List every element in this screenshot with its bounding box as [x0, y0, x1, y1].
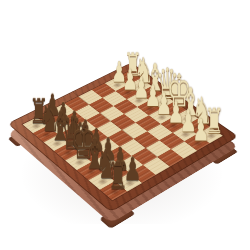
- white-pawn[interactable]: ♟: [192, 115, 209, 146]
- black-rook[interactable]: ♜: [108, 157, 129, 194]
- square-h5[interactable]: [144, 157, 170, 175]
- product-photo: ♜♟♟♜♞♟♟♞♝♟♟♝♛♟♟♛♚♟♟♚♝♟♟♝♞♟♟♞♜♟♟♜: [0, 0, 250, 250]
